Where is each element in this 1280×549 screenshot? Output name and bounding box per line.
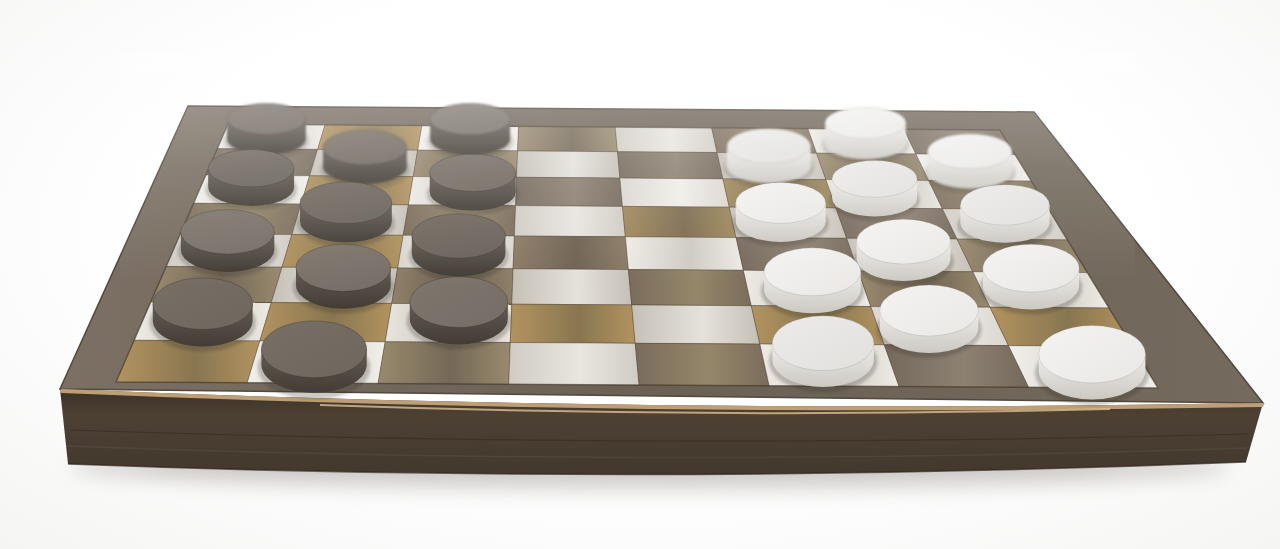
piece-tone-variation — [727, 129, 811, 163]
board-square-dark[interactable] — [635, 343, 769, 386]
piece-top — [928, 134, 1012, 169]
checker-piece-dark[interactable] — [427, 103, 513, 158]
board-square-light[interactable] — [615, 127, 717, 153]
piece-tone-variation — [832, 160, 917, 197]
board-square-dark[interactable] — [518, 126, 618, 151]
checker-piece-white[interactable] — [769, 316, 878, 392]
piece-top — [227, 103, 306, 134]
board-square-light[interactable] — [509, 343, 639, 386]
checker-piece-dark[interactable] — [293, 244, 394, 313]
piece-tone-variation — [772, 316, 873, 371]
checker-piece-white[interactable] — [980, 244, 1083, 314]
checker-piece-white[interactable] — [925, 134, 1015, 193]
piece-top — [880, 285, 978, 336]
piece-top — [261, 321, 366, 378]
piece-tone-variation — [181, 210, 274, 254]
checker-piece-white[interactable] — [876, 285, 981, 358]
checkers-board-photo — [0, 0, 1280, 549]
piece-tone-variation — [983, 244, 1079, 292]
board-square-dark[interactable] — [618, 152, 724, 179]
checker-piece-white[interactable] — [724, 129, 813, 187]
board-square-light[interactable] — [620, 178, 729, 207]
piece-top — [1039, 325, 1146, 383]
piece-top — [764, 248, 861, 296]
checker-piece-dark[interactable] — [258, 321, 371, 400]
checker-piece-white[interactable] — [853, 219, 954, 286]
board-square-dark[interactable] — [516, 177, 623, 206]
board-square-light[interactable] — [632, 305, 760, 344]
piece-tone-variation — [412, 214, 506, 258]
checker-piece-dark[interactable] — [406, 277, 511, 350]
piece-top — [825, 107, 906, 139]
board-square-light[interactable] — [514, 206, 625, 237]
board-square-dark[interactable] — [510, 304, 635, 343]
checker-piece-white[interactable] — [761, 248, 864, 318]
piece-top — [153, 278, 253, 330]
board-square-dark[interactable] — [628, 270, 751, 306]
checker-piece-dark[interactable] — [297, 182, 395, 247]
board-square-light[interactable] — [625, 237, 743, 270]
checker-piece-dark[interactable] — [320, 130, 410, 188]
checker-piece-dark[interactable] — [409, 214, 509, 281]
piece-tone-variation — [857, 219, 951, 264]
checker-piece-white[interactable] — [957, 185, 1052, 249]
checker-piece-dark[interactable] — [178, 210, 278, 277]
checker-piece-dark[interactable] — [149, 278, 256, 352]
checker-piece-dark[interactable] — [427, 154, 519, 215]
piece-tone-variation — [410, 277, 508, 328]
checker-piece-dark[interactable] — [205, 150, 297, 211]
checker-piece-white[interactable] — [829, 160, 920, 220]
piece-top — [430, 154, 516, 191]
board-square-dark[interactable] — [513, 236, 628, 270]
piece-top — [323, 130, 407, 165]
checker-piece-white[interactable] — [1035, 325, 1149, 404]
checker-piece-white[interactable] — [822, 107, 908, 163]
checker-piece-dark[interactable] — [224, 103, 308, 158]
board-square-light[interactable] — [512, 269, 632, 305]
checkers-photo-scene: Rustic reclaimed-wood checkers board, st… — [0, 0, 1280, 549]
piece-tone-variation — [430, 103, 510, 134]
piece-tone-variation — [960, 185, 1049, 225]
piece-tone-variation — [208, 150, 294, 187]
piece-tone-variation — [736, 182, 826, 223]
piece-tone-variation — [296, 244, 391, 291]
checker-piece-white[interactable] — [733, 182, 829, 246]
board-square-light[interactable] — [517, 151, 620, 178]
piece-tone-variation — [300, 182, 392, 224]
board-square-dark[interactable] — [623, 206, 737, 237]
